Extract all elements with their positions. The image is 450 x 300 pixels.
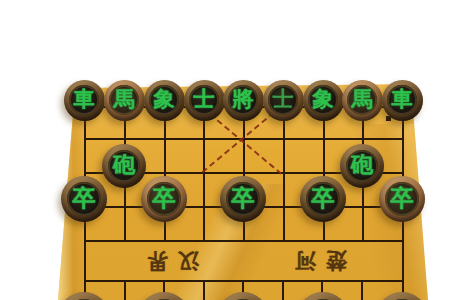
piece-character: 卒 — [73, 183, 96, 214]
river-label-left: 汉界 — [126, 241, 210, 281]
piece-character: 卒 — [153, 183, 176, 214]
piece-卒-black[interactable]: 卒 — [300, 176, 346, 222]
piece-face: 馬 — [109, 85, 139, 115]
piece-character: 卒 — [391, 183, 414, 214]
piece-車-black[interactable]: 車 — [64, 80, 105, 121]
piece-character: 卒 — [312, 183, 335, 214]
piece-卒-black[interactable]: 卒 — [379, 176, 425, 222]
piece-character: 車 — [391, 85, 412, 113]
piece-砲-black[interactable]: 砲 — [340, 144, 384, 188]
piece-象-black[interactable]: 象 — [144, 80, 185, 121]
piece-馬-black[interactable]: 馬 — [342, 80, 383, 121]
piece-face: 卒 — [306, 182, 340, 216]
piece-face: 卒 — [226, 182, 260, 216]
piece-face: 車 — [69, 85, 99, 115]
piece-face: 士 — [189, 85, 219, 115]
piece-character: 將 — [232, 85, 253, 113]
piece-face: 將 — [228, 85, 258, 115]
piece-face: 象 — [149, 85, 179, 115]
piece-車-black[interactable]: 車 — [382, 80, 423, 121]
piece-face: 車 — [387, 85, 417, 115]
piece-character: 卒 — [232, 183, 255, 214]
piece-將-black[interactable]: 將 — [223, 80, 264, 121]
piece-face: 卒 — [67, 182, 101, 216]
piece-character: 士 — [272, 85, 293, 113]
piece-士-black[interactable]: 士 — [263, 80, 304, 121]
piece-character: 馬 — [113, 85, 134, 113]
piece-卒-black[interactable]: 卒 — [220, 176, 266, 222]
river-label-right: 楚河 — [274, 241, 358, 281]
piece-卒-black[interactable]: 卒 — [141, 176, 187, 222]
piece-face: 砲 — [346, 150, 379, 183]
piece-face: 砲 — [108, 150, 141, 183]
piece-character: 士 — [193, 85, 214, 113]
piece-character: 象 — [153, 85, 174, 113]
piece-face: 士 — [268, 85, 298, 115]
piece-character: 砲 — [113, 150, 135, 180]
piece-砲-black[interactable]: 砲 — [102, 144, 146, 188]
piece-character: 象 — [312, 85, 333, 113]
piece-象-black[interactable]: 象 — [303, 80, 344, 121]
lattice-cell — [243, 138, 283, 172]
piece-character: 車 — [73, 85, 94, 113]
piece-卒-black[interactable]: 卒 — [61, 176, 107, 222]
piece-face: 卒 — [385, 182, 419, 216]
piece-馬-black[interactable]: 馬 — [104, 80, 145, 121]
xiangqi-photo-scene: 汉界 楚河 車馬象士將士象馬車砲砲卒卒卒卒卒 — [0, 0, 450, 300]
piece-face: 卒 — [147, 182, 181, 216]
piece-character: 馬 — [351, 85, 372, 113]
lattice-cell — [283, 138, 323, 172]
piece-士-black[interactable]: 士 — [184, 80, 225, 121]
piece-face: 馬 — [347, 85, 377, 115]
lattice-cell — [164, 138, 204, 172]
piece-character: 砲 — [351, 150, 373, 180]
piece-face: 象 — [308, 85, 338, 115]
